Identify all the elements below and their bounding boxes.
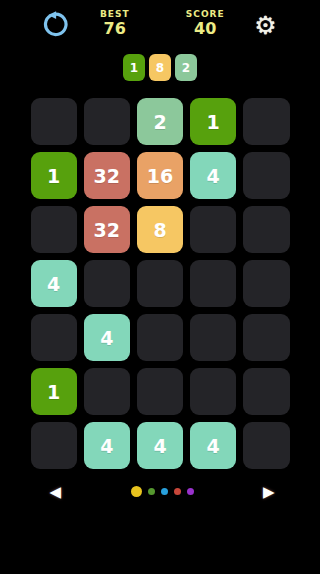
board-cell-empty <box>243 98 289 145</box>
rotate-ccw-icon <box>41 11 69 39</box>
page-dot-5[interactable] <box>187 488 194 495</box>
page-dot-1-active[interactable] <box>131 486 142 497</box>
current-score-block: SCORE 40 <box>160 10 251 38</box>
game-screen: BEST 76 SCORE 40 ⚙ 182 21132164328441444… <box>28 0 293 574</box>
board-cell-empty <box>243 422 289 469</box>
page-dot-2[interactable] <box>148 488 155 495</box>
top-bar: BEST 76 SCORE 40 ⚙ <box>28 0 293 40</box>
footer-bar: ◀ ▶ <box>28 482 293 500</box>
board-cell-empty <box>243 368 289 415</box>
gear-icon: ⚙ <box>254 13 276 38</box>
board-cell-empty <box>190 314 236 361</box>
board-cell-empty <box>243 314 289 361</box>
page-dot-3[interactable] <box>161 488 168 495</box>
tile-4[interactable]: 4 <box>84 314 130 361</box>
board-cell-empty <box>190 206 236 253</box>
best-score-block: BEST 76 <box>70 10 161 38</box>
next-arrow-button[interactable]: ▶ <box>263 484 275 499</box>
board-cell-empty <box>243 152 289 199</box>
queue-tile-2[interactable]: 2 <box>175 54 197 81</box>
board-cell-empty <box>31 314 77 361</box>
board-grid: 21132164328441444 <box>31 98 290 469</box>
tile-4[interactable]: 4 <box>84 422 130 469</box>
board-cell-empty <box>84 260 130 307</box>
board-cell-empty <box>84 368 130 415</box>
score-value: 40 <box>160 21 251 38</box>
tile-1[interactable]: 1 <box>31 152 77 199</box>
tile-8[interactable]: 8 <box>137 206 183 253</box>
tile-4[interactable]: 4 <box>31 260 77 307</box>
board-cell-empty <box>243 206 289 253</box>
tile-32[interactable]: 32 <box>84 152 130 199</box>
reset-button[interactable] <box>40 10 70 40</box>
board-cell-empty <box>137 260 183 307</box>
best-value: 76 <box>70 21 161 38</box>
tile-4[interactable]: 4 <box>137 422 183 469</box>
best-label: BEST <box>70 10 161 19</box>
score-label: SCORE <box>160 10 251 19</box>
board-cell-empty <box>137 368 183 415</box>
board-cell-empty <box>31 422 77 469</box>
next-tiles-queue: 182 <box>28 54 293 81</box>
queue-tile-8[interactable]: 8 <box>149 54 171 81</box>
settings-button[interactable]: ⚙ <box>251 10 281 40</box>
board-cell-empty <box>190 368 236 415</box>
page-dots <box>61 486 263 497</box>
board-cell-empty <box>84 98 130 145</box>
tile-2[interactable]: 2 <box>137 98 183 145</box>
tile-1[interactable]: 1 <box>31 368 77 415</box>
tile-1[interactable]: 1 <box>190 98 236 145</box>
board-cell-empty <box>190 260 236 307</box>
board-cell-empty <box>243 260 289 307</box>
board-cell-empty <box>31 206 77 253</box>
tile-4[interactable]: 4 <box>190 152 236 199</box>
board-cell-empty <box>31 98 77 145</box>
board-cell-empty <box>137 314 183 361</box>
tile-4[interactable]: 4 <box>190 422 236 469</box>
page-dot-4[interactable] <box>174 488 181 495</box>
queue-tile-1[interactable]: 1 <box>123 54 145 81</box>
tile-32[interactable]: 32 <box>84 206 130 253</box>
tile-16[interactable]: 16 <box>137 152 183 199</box>
prev-arrow-button[interactable]: ◀ <box>50 484 62 499</box>
